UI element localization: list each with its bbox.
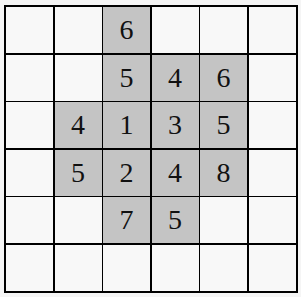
- grid-cell[interactable]: 3: [152, 102, 199, 148]
- grid-cell[interactable]: [249, 55, 296, 101]
- grid-cell[interactable]: [249, 7, 296, 53]
- grid-cell[interactable]: [6, 55, 53, 101]
- grid-cell[interactable]: [152, 7, 199, 53]
- grid-cell[interactable]: 1: [103, 102, 150, 148]
- grid-cell[interactable]: 8: [200, 150, 247, 196]
- grid-cell[interactable]: [6, 7, 53, 53]
- grid-cell[interactable]: [249, 102, 296, 148]
- grid-cell[interactable]: [152, 245, 199, 291]
- grid-cell[interactable]: 4: [152, 150, 199, 196]
- puzzle-grid: 65464135524875: [4, 5, 298, 293]
- grid-cell[interactable]: [249, 150, 296, 196]
- grid-cell[interactable]: 7: [103, 197, 150, 243]
- grid-cell[interactable]: [103, 245, 150, 291]
- grid-cell[interactable]: 6: [103, 7, 150, 53]
- grid-cell[interactable]: 2: [103, 150, 150, 196]
- grid-cell[interactable]: 5: [152, 197, 199, 243]
- grid-cell[interactable]: 4: [152, 55, 199, 101]
- grid-cell[interactable]: [249, 197, 296, 243]
- grid-cell[interactable]: [6, 150, 53, 196]
- grid-cell[interactable]: [6, 245, 53, 291]
- grid-cell[interactable]: 4: [55, 102, 102, 148]
- grid-cell[interactable]: [55, 245, 102, 291]
- grid-cell[interactable]: [55, 197, 102, 243]
- grid-cell[interactable]: 5: [200, 102, 247, 148]
- puzzle-board-container: 65464135524875: [4, 5, 298, 293]
- grid-cell[interactable]: 6: [200, 55, 247, 101]
- grid-cell[interactable]: 5: [55, 150, 102, 196]
- grid-cell[interactable]: [200, 7, 247, 53]
- grid-cell[interactable]: [55, 55, 102, 101]
- grid-cell[interactable]: [6, 102, 53, 148]
- grid-cell[interactable]: [6, 197, 53, 243]
- grid-cell[interactable]: 5: [103, 55, 150, 101]
- grid-cell[interactable]: [200, 245, 247, 291]
- grid-cell[interactable]: [200, 197, 247, 243]
- grid-cell[interactable]: [249, 245, 296, 291]
- grid-cell[interactable]: [55, 7, 102, 53]
